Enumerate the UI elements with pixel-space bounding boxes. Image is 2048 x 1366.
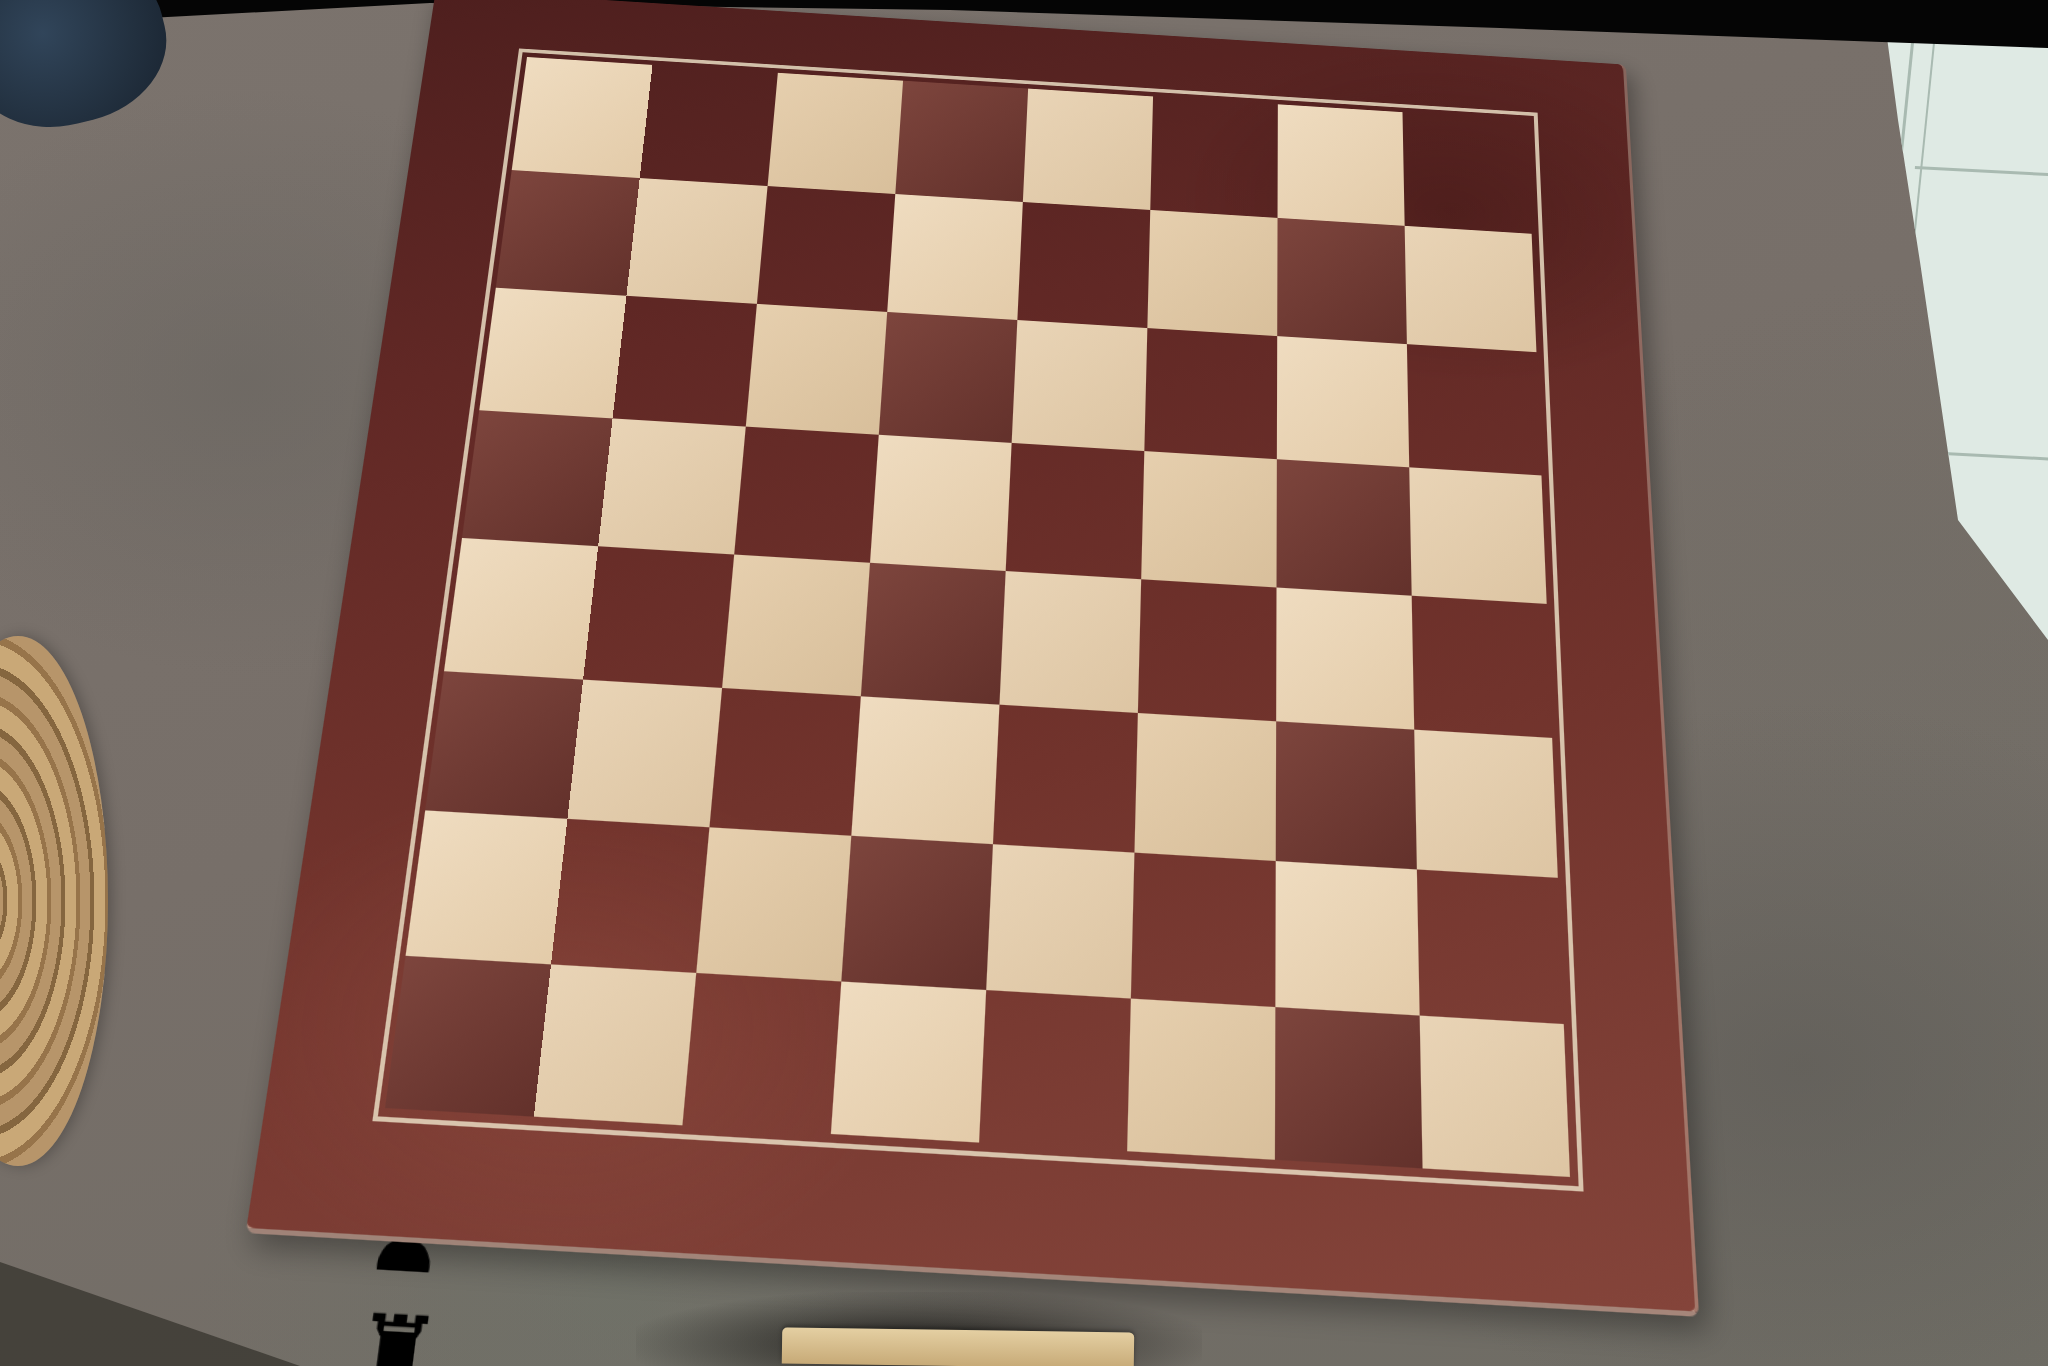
rook-glyph: ♜ (343, 1291, 448, 1366)
square-h8[interactable] (1402, 112, 1531, 234)
square-b1[interactable] (534, 964, 696, 1125)
square-f6[interactable] (1144, 328, 1277, 459)
square-d6[interactable] (879, 312, 1018, 443)
square-f8[interactable] (1150, 96, 1278, 217)
square-c3[interactable] (709, 688, 860, 836)
square-g5[interactable] (1277, 459, 1412, 596)
square-b7[interactable] (626, 178, 767, 304)
navy-fabric-object (0, 0, 182, 146)
square-f4[interactable] (1138, 579, 1277, 721)
square-h1[interactable] (1420, 1016, 1570, 1177)
square-a2[interactable] (406, 810, 568, 964)
square-c8[interactable] (768, 73, 903, 194)
square-e8[interactable] (1023, 89, 1153, 210)
square-e4[interactable] (999, 571, 1141, 713)
square-a7[interactable] (496, 170, 640, 296)
square-c1[interactable] (682, 973, 841, 1134)
square-e3[interactable] (993, 705, 1138, 853)
square-h2[interactable] (1417, 869, 1564, 1024)
square-c7[interactable] (757, 186, 895, 312)
square-b5[interactable] (598, 418, 746, 554)
square-a6[interactable] (479, 288, 626, 419)
square-a1[interactable] (385, 956, 551, 1117)
square-h3[interactable] (1414, 730, 1558, 878)
square-g7[interactable] (1277, 218, 1407, 344)
chess-board: ♚♝♞♟♞♜♜♞♛♟♟♟♜♚♞♝♟♜ (385, 57, 1570, 1177)
square-c5[interactable] (734, 427, 879, 563)
square-b3[interactable] (567, 680, 722, 828)
square-d8[interactable] (895, 81, 1028, 202)
square-b4[interactable] (583, 546, 734, 688)
square-d3[interactable] (851, 696, 999, 844)
tile-grout-line (1915, 166, 2048, 176)
woven-jute-mat (0, 636, 108, 1166)
square-h6[interactable] (1407, 344, 1542, 475)
square-d7[interactable] (887, 194, 1023, 320)
square-a8[interactable] (512, 57, 653, 178)
square-d5[interactable] (870, 435, 1012, 571)
square-g4[interactable] (1276, 587, 1414, 729)
square-d1[interactable] (831, 981, 986, 1142)
square-g6[interactable] (1277, 336, 1409, 467)
square-h5[interactable] (1409, 467, 1546, 604)
square-b6[interactable] (613, 296, 757, 427)
square-f1[interactable] (1127, 999, 1275, 1160)
square-g8[interactable] (1278, 104, 1405, 226)
square-e1[interactable] (979, 990, 1131, 1151)
square-e2[interactable] (986, 844, 1134, 998)
square-d4[interactable] (861, 563, 1006, 705)
square-f5[interactable] (1141, 451, 1277, 587)
square-a3[interactable] (425, 671, 583, 819)
square-e5[interactable] (1006, 443, 1145, 579)
square-f2[interactable] (1131, 853, 1276, 1007)
square-c4[interactable] (722, 555, 870, 697)
square-g3[interactable] (1276, 721, 1417, 869)
square-c6[interactable] (746, 304, 887, 435)
square-h7[interactable] (1405, 226, 1537, 352)
square-g2[interactable] (1275, 861, 1419, 1016)
square-e6[interactable] (1012, 320, 1148, 451)
square-c2[interactable] (696, 827, 851, 981)
photo-scene: ♚♝♞♟♞♜♜♞♛♟♟♟♜♚♞♝♟♜ (0, 0, 2048, 1366)
square-d2[interactable] (841, 836, 993, 990)
square-h4[interactable] (1412, 596, 1552, 738)
square-a4[interactable] (444, 538, 598, 680)
tile-grout-line (1849, 33, 1915, 650)
tile-grout-line (1944, 452, 2048, 461)
square-e7[interactable] (1017, 202, 1150, 328)
board-grid (385, 57, 1570, 1177)
square-f7[interactable] (1147, 210, 1277, 336)
square-f3[interactable] (1134, 713, 1276, 861)
square-b8[interactable] (640, 65, 778, 186)
square-b2[interactable] (551, 819, 709, 973)
square-a5[interactable] (462, 410, 613, 546)
square-g1[interactable] (1275, 1007, 1423, 1168)
